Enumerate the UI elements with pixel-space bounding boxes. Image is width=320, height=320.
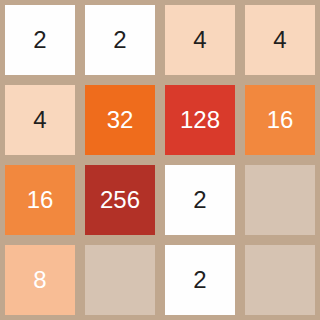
empty-cell [85,245,155,315]
tile-256: 256 [85,165,155,235]
tile-2: 2 [165,165,235,235]
tile-2: 2 [5,5,75,75]
board-2048[interactable]: 22444321281616256282 [0,0,320,320]
tile-2: 2 [85,5,155,75]
tile-2: 2 [165,245,235,315]
tile-32: 32 [85,85,155,155]
tile-16: 16 [5,165,75,235]
empty-cell [245,245,315,315]
tile-16: 16 [245,85,315,155]
tile-4: 4 [165,5,235,75]
tile-128: 128 [165,85,235,155]
tile-8: 8 [5,245,75,315]
tile-4: 4 [5,85,75,155]
tile-4: 4 [245,5,315,75]
empty-cell [245,165,315,235]
